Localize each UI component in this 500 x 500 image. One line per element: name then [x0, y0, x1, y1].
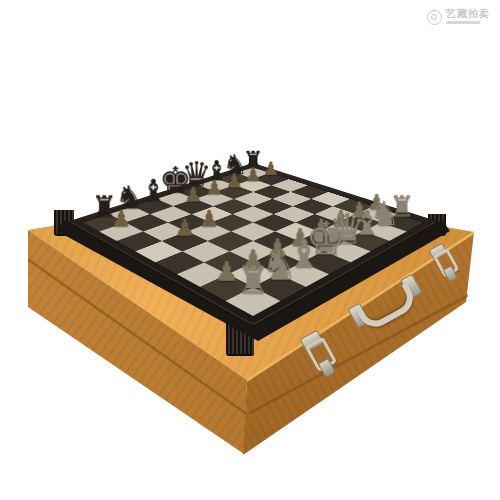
board-square: ♜ [226, 287, 281, 316]
watermark-text: 艺藏拍卖 [446, 9, 490, 19]
chess-piece-black-pawn: ♟ [108, 207, 135, 232]
board-scene: ♜♟♟♜♞♟♟♞♝♟♟♝♛♟♟♛♚♟♟♚♝♟♟♝♞♟♟♞♜♟♟♜ [121, 90, 385, 354]
chess-piece-black-pawn: ♟ [171, 215, 199, 241]
chess-board: ♜♟♟♜♞♟♟♞♝♟♟♝♛♟♟♛♚♟♟♚♝♟♟♝♞♟♟♞♜♟♟♜ [66, 163, 439, 328]
watermark-text-block: 艺藏拍卖 [446, 9, 490, 24]
chess-piece-black-pawn: ♟ [202, 177, 226, 199]
chess-board-grid: ♜♟♟♜♞♟♟♞♝♟♟♝♛♟♟♛♚♟♟♚♝♟♟♝♞♟♟♞♜♟♟♜ [82, 167, 425, 317]
watermark-subtext-bar [446, 21, 480, 24]
chess-piece-white-rook: ♜ [232, 261, 273, 301]
watermark: 艺藏拍卖 [427, 9, 490, 25]
magnifier-seal-icon [427, 10, 442, 25]
photo-stage: 艺藏拍卖 ♜♟♟♜♞♟♟♞♝♟♟♝♛♟♟♛♚♟♟♚♝♟♟♝♞♟♟♞♜♟♟♜ [0, 0, 500, 500]
chess-piece-black-pawn: ♟ [196, 207, 223, 232]
chess-piece-black-pawn: ♟ [181, 184, 205, 207]
